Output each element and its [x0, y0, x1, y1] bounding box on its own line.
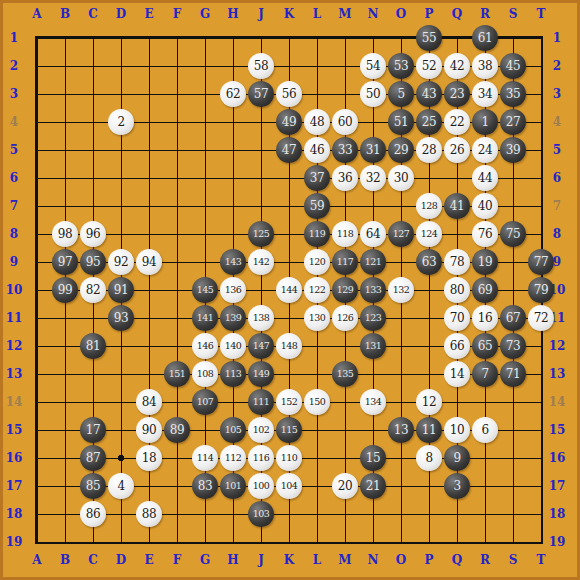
white-stone-102-J15[interactable]: 102 [248, 417, 274, 443]
move-number: 73 [506, 340, 520, 352]
move-number: 63 [422, 256, 436, 268]
move-number: 145 [197, 285, 214, 295]
move-number: 107 [197, 397, 214, 407]
white-stone-80-Q10[interactable]: 80 [444, 277, 470, 303]
black-stone-121-N9[interactable]: 121 [360, 249, 386, 275]
black-stone-125-J8[interactable]: 125 [248, 221, 274, 247]
move-number: 102 [253, 425, 270, 435]
column-label-M: M [331, 5, 359, 23]
column-label-C: C [79, 5, 107, 23]
black-stone-95-C9[interactable]: 95 [80, 249, 106, 275]
white-stone-56-K3[interactable]: 56 [276, 81, 302, 107]
black-stone-143-H9[interactable]: 143 [220, 249, 246, 275]
white-stone-130-L11[interactable]: 130 [304, 305, 330, 331]
black-stone-49-K4[interactable]: 49 [276, 109, 302, 135]
white-stone-18-E16[interactable]: 18 [136, 445, 162, 471]
white-stone-140-H12[interactable]: 140 [220, 333, 246, 359]
row-label-16: 16 [5, 444, 23, 472]
white-stone-116-J16[interactable]: 116 [248, 445, 274, 471]
move-number: 101 [225, 481, 242, 491]
white-stone-16-R11[interactable]: 16 [472, 305, 498, 331]
black-stone-111-J14[interactable]: 111 [248, 389, 274, 415]
move-number: 77 [534, 256, 548, 268]
move-number: 53 [394, 60, 408, 72]
white-stone-104-K17[interactable]: 104 [276, 473, 302, 499]
row-label-7: 7 [5, 192, 23, 220]
move-number: 125 [253, 229, 270, 239]
white-stone-50-N3[interactable]: 50 [360, 81, 386, 107]
white-stone-92-D9[interactable]: 92 [108, 249, 134, 275]
black-stone-75-S8[interactable]: 75 [500, 221, 526, 247]
black-stone-57-J3[interactable]: 57 [248, 81, 274, 107]
black-stone-27-S4[interactable]: 27 [500, 109, 526, 135]
move-number: 15 [366, 452, 380, 464]
move-number: 82 [86, 284, 100, 296]
column-label-L: L [303, 5, 331, 23]
black-stone-145-G10[interactable]: 145 [192, 277, 218, 303]
white-stone-148-K12[interactable]: 148 [276, 333, 302, 359]
row-label-12: 12 [5, 332, 23, 360]
black-stone-35-S3[interactable]: 35 [500, 81, 526, 107]
move-number: 75 [506, 228, 520, 240]
white-stone-6-R15[interactable]: 6 [472, 417, 498, 443]
move-number: 147 [253, 341, 270, 351]
move-number: 5 [397, 88, 404, 100]
move-number: 13 [394, 424, 408, 436]
column-label-S: S [499, 5, 527, 23]
black-stone-81-C12[interactable]: 81 [80, 333, 106, 359]
white-stone-8-P16[interactable]: 8 [416, 445, 442, 471]
move-number: 29 [394, 144, 408, 156]
move-number: 135 [337, 369, 354, 379]
move-number: 131 [365, 341, 382, 351]
black-stone-3-Q17[interactable]: 3 [444, 473, 470, 499]
move-number: 146 [197, 341, 214, 351]
white-stone-82-C10[interactable]: 82 [80, 277, 106, 303]
white-stone-58-J2[interactable]: 58 [248, 53, 274, 79]
black-stone-127-O8[interactable]: 127 [388, 221, 414, 247]
black-stone-117-M9[interactable]: 117 [332, 249, 358, 275]
white-stone-64-N8[interactable]: 64 [360, 221, 386, 247]
white-stone-52-P2[interactable]: 52 [416, 53, 442, 79]
black-stone-115-K15[interactable]: 115 [276, 417, 302, 443]
board-grid[interactable]: 1234567891011121314151617181920212223242… [23, 24, 555, 556]
black-stone-69-R10[interactable]: 69 [472, 277, 498, 303]
column-label-F: F [163, 5, 191, 23]
move-number: 104 [281, 481, 298, 491]
move-number: 105 [225, 425, 242, 435]
white-stone-136-H10[interactable]: 136 [220, 277, 246, 303]
white-stone-114-G16[interactable]: 114 [192, 445, 218, 471]
row-label-5: 5 [5, 136, 23, 164]
white-stone-134-N14[interactable]: 134 [360, 389, 386, 415]
white-stone-90-E15[interactable]: 90 [136, 417, 162, 443]
black-stone-107-G14[interactable]: 107 [192, 389, 218, 415]
move-number: 121 [365, 257, 382, 267]
move-number: 32 [366, 172, 380, 184]
move-number: 60 [338, 116, 352, 128]
black-stone-65-R12[interactable]: 65 [472, 333, 498, 359]
move-number: 83 [198, 480, 212, 492]
black-stone-87-C16[interactable]: 87 [80, 445, 106, 471]
move-number: 81 [86, 340, 100, 352]
move-number: 11 [422, 424, 436, 436]
row-label-17: 17 [5, 472, 23, 500]
row-label-4: 4 [5, 108, 23, 136]
white-stone-10-Q15[interactable]: 10 [444, 417, 470, 443]
move-number: 8 [425, 452, 432, 464]
white-stone-78-Q9[interactable]: 78 [444, 249, 470, 275]
black-stone-23-Q3[interactable]: 23 [444, 81, 470, 107]
black-stone-147-J12[interactable]: 147 [248, 333, 274, 359]
move-number: 140 [225, 341, 242, 351]
white-stone-142-J9[interactable]: 142 [248, 249, 274, 275]
move-number: 54 [366, 60, 380, 72]
move-number: 10 [450, 424, 464, 436]
move-number: 36 [338, 172, 352, 184]
black-stone-25-P4[interactable]: 25 [416, 109, 442, 135]
move-number: 124 [421, 229, 438, 239]
black-stone-83-G17[interactable]: 83 [192, 473, 218, 499]
move-number: 139 [225, 313, 242, 323]
column-label-B: B [51, 5, 79, 23]
white-stone-24-R5[interactable]: 24 [472, 137, 498, 163]
black-stone-11-P15[interactable]: 11 [416, 417, 442, 443]
white-stone-54-N2[interactable]: 54 [360, 53, 386, 79]
white-stone-42-Q2[interactable]: 42 [444, 53, 470, 79]
move-number: 44 [478, 172, 492, 184]
white-stone-62-H3[interactable]: 62 [220, 81, 246, 107]
column-label-O: O [387, 5, 415, 23]
move-number: 40 [478, 200, 492, 212]
move-number: 89 [170, 424, 184, 436]
move-number: 35 [506, 88, 520, 100]
black-stone-47-K5[interactable]: 47 [276, 137, 302, 163]
move-number: 67 [506, 312, 520, 324]
white-stone-46-L5[interactable]: 46 [304, 137, 330, 163]
white-stone-2-D4[interactable]: 2 [108, 109, 134, 135]
black-stone-55-P1[interactable]: 55 [416, 25, 442, 51]
move-number: 116 [253, 453, 270, 463]
move-number: 133 [365, 285, 382, 295]
row-label-18: 18 [5, 500, 23, 528]
move-number: 70 [450, 312, 464, 324]
white-stone-150-L14[interactable]: 150 [304, 389, 330, 415]
move-number: 152 [281, 397, 298, 407]
black-stone-9-Q16[interactable]: 9 [444, 445, 470, 471]
black-stone-133-N10[interactable]: 133 [360, 277, 386, 303]
row-label-9: 9 [5, 248, 23, 276]
move-number: 119 [309, 229, 326, 239]
white-stone-120-L9[interactable]: 120 [304, 249, 330, 275]
move-number: 98 [58, 228, 72, 240]
black-stone-99-B10[interactable]: 99 [52, 277, 78, 303]
move-number: 138 [253, 313, 270, 323]
move-number: 80 [450, 284, 464, 296]
black-stone-33-M5[interactable]: 33 [332, 137, 358, 163]
move-number: 58 [254, 60, 268, 72]
move-number: 144 [281, 285, 298, 295]
black-stone-139-H11[interactable]: 139 [220, 305, 246, 331]
move-number: 130 [309, 313, 326, 323]
black-stone-39-S5[interactable]: 39 [500, 137, 526, 163]
move-number: 113 [225, 369, 242, 379]
black-stone-131-N12[interactable]: 131 [360, 333, 386, 359]
move-number: 26 [450, 144, 464, 156]
move-number: 51 [394, 116, 408, 128]
column-label-T: T [527, 5, 555, 23]
black-stone-31-N5[interactable]: 31 [360, 137, 386, 163]
black-stone-101-H17[interactable]: 101 [220, 473, 246, 499]
column-label-G: G [191, 5, 219, 23]
black-stone-21-N17[interactable]: 21 [360, 473, 386, 499]
black-stone-79-T10[interactable]: 79 [528, 277, 554, 303]
move-number: 45 [506, 60, 520, 72]
white-stone-36-M6[interactable]: 36 [332, 165, 358, 191]
row-label-11: 11 [5, 304, 23, 332]
row-label-10: 10 [5, 276, 23, 304]
white-stone-38-R2[interactable]: 38 [472, 53, 498, 79]
white-stone-86-C18[interactable]: 86 [80, 501, 106, 527]
white-stone-14-Q13[interactable]: 14 [444, 361, 470, 387]
move-number: 25 [422, 116, 436, 128]
white-stone-84-E14[interactable]: 84 [136, 389, 162, 415]
move-number: 52 [422, 60, 436, 72]
black-stone-29-O5[interactable]: 29 [388, 137, 414, 163]
move-number: 21 [366, 480, 380, 492]
move-number: 71 [506, 368, 520, 380]
move-number: 115 [281, 425, 298, 435]
black-stone-63-P9[interactable]: 63 [416, 249, 442, 275]
move-number: 37 [310, 172, 324, 184]
move-number: 79 [534, 284, 548, 296]
white-stone-126-M11[interactable]: 126 [332, 305, 358, 331]
white-stone-32-N6[interactable]: 32 [360, 165, 386, 191]
black-stone-103-J18[interactable]: 103 [248, 501, 274, 527]
white-stone-144-K10[interactable]: 144 [276, 277, 302, 303]
move-number: 129 [337, 285, 354, 295]
black-stone-123-N11[interactable]: 123 [360, 305, 386, 331]
move-number: 65 [478, 340, 492, 352]
move-number: 100 [253, 481, 270, 491]
move-number: 42 [450, 60, 464, 72]
black-stone-71-S13[interactable]: 71 [500, 361, 526, 387]
move-number: 110 [281, 453, 298, 463]
black-stone-77-T9[interactable]: 77 [528, 249, 554, 275]
white-stone-22-Q4[interactable]: 22 [444, 109, 470, 135]
black-stone-119-L8[interactable]: 119 [304, 221, 330, 247]
move-number: 59 [310, 200, 324, 212]
black-stone-5-O3[interactable]: 5 [388, 81, 414, 107]
move-number: 94 [142, 256, 156, 268]
black-stone-97-B9[interactable]: 97 [52, 249, 78, 275]
white-stone-124-P8[interactable]: 124 [416, 221, 442, 247]
move-number: 148 [281, 341, 298, 351]
move-number: 85 [86, 480, 100, 492]
move-number: 118 [337, 229, 354, 239]
white-stone-28-P5[interactable]: 28 [416, 137, 442, 163]
move-number: 114 [197, 453, 214, 463]
move-number: 76 [478, 228, 492, 240]
white-stone-110-K16[interactable]: 110 [276, 445, 302, 471]
black-stone-15-N16[interactable]: 15 [360, 445, 386, 471]
row-label-1: 1 [5, 24, 23, 52]
move-number: 16 [478, 312, 492, 324]
column-label-H: H [219, 5, 247, 23]
white-stone-60-M4[interactable]: 60 [332, 109, 358, 135]
black-stone-89-F15[interactable]: 89 [164, 417, 190, 443]
move-number: 9 [453, 452, 460, 464]
move-number: 34 [478, 88, 492, 100]
move-number: 97 [58, 256, 72, 268]
move-number: 55 [422, 32, 436, 44]
black-stone-141-G11[interactable]: 141 [192, 305, 218, 331]
white-stone-40-R7[interactable]: 40 [472, 193, 498, 219]
column-label-R: R [471, 5, 499, 23]
move-number: 4 [117, 480, 124, 492]
move-number: 123 [365, 313, 382, 323]
column-label-N: N [359, 5, 387, 23]
row-label-8: 8 [5, 220, 23, 248]
white-stone-122-L10[interactable]: 122 [304, 277, 330, 303]
column-label-E: E [135, 5, 163, 23]
white-stone-26-Q5[interactable]: 26 [444, 137, 470, 163]
white-stone-12-P14[interactable]: 12 [416, 389, 442, 415]
move-number: 92 [114, 256, 128, 268]
column-label-K: K [275, 5, 303, 23]
white-stone-44-R6[interactable]: 44 [472, 165, 498, 191]
black-stone-149-J13[interactable]: 149 [248, 361, 274, 387]
move-number: 120 [309, 257, 326, 267]
move-number: 127 [393, 229, 410, 239]
black-stone-85-C17[interactable]: 85 [80, 473, 106, 499]
black-stone-45-S2[interactable]: 45 [500, 53, 526, 79]
white-stone-128-P7[interactable]: 128 [416, 193, 442, 219]
black-stone-7-R13[interactable]: 7 [472, 361, 498, 387]
move-number: 128 [421, 201, 438, 211]
black-stone-91-D10[interactable]: 91 [108, 277, 134, 303]
black-stone-61-R1[interactable]: 61 [472, 25, 498, 51]
move-number: 150 [309, 397, 326, 407]
go-board: ABCDEFGHJKLMNOPQRST ABCDEFGHJKLMNOPQRST … [0, 0, 580, 580]
move-number: 27 [506, 116, 520, 128]
white-stone-138-J11[interactable]: 138 [248, 305, 274, 331]
move-number: 31 [366, 144, 380, 156]
move-number: 90 [142, 424, 156, 436]
white-stone-100-J17[interactable]: 100 [248, 473, 274, 499]
white-stone-108-G13[interactable]: 108 [192, 361, 218, 387]
move-number: 151 [169, 369, 186, 379]
black-stone-93-D11[interactable]: 93 [108, 305, 134, 331]
move-number: 6 [481, 424, 488, 436]
move-number: 20 [338, 480, 352, 492]
move-number: 14 [450, 368, 464, 380]
move-number: 143 [225, 257, 242, 267]
move-number: 49 [282, 116, 296, 128]
move-number: 88 [142, 508, 156, 520]
move-number: 2 [117, 116, 124, 128]
white-stone-70-Q11[interactable]: 70 [444, 305, 470, 331]
black-stone-17-C15[interactable]: 17 [80, 417, 106, 443]
top-coordinates: ABCDEFGHJKLMNOPQRST [23, 5, 555, 23]
white-stone-4-D17[interactable]: 4 [108, 473, 134, 499]
white-stone-118-M8[interactable]: 118 [332, 221, 358, 247]
move-number: 1 [481, 116, 488, 128]
move-number: 18 [142, 452, 156, 464]
column-label-J: J [247, 5, 275, 23]
move-number: 46 [310, 144, 324, 156]
white-stone-96-C8[interactable]: 96 [80, 221, 106, 247]
white-stone-30-O6[interactable]: 30 [388, 165, 414, 191]
black-stone-105-H15[interactable]: 105 [220, 417, 246, 443]
move-number: 19 [478, 256, 492, 268]
move-number: 96 [86, 228, 100, 240]
black-stone-113-H13[interactable]: 113 [220, 361, 246, 387]
black-stone-129-M10[interactable]: 129 [332, 277, 358, 303]
black-stone-41-Q7[interactable]: 41 [444, 193, 470, 219]
black-stone-151-F13[interactable]: 151 [164, 361, 190, 387]
white-stone-112-H16[interactable]: 112 [220, 445, 246, 471]
move-number: 56 [282, 88, 296, 100]
move-number: 17 [86, 424, 100, 436]
move-number: 3 [453, 480, 460, 492]
move-number: 134 [365, 397, 382, 407]
white-stone-88-E18[interactable]: 88 [136, 501, 162, 527]
white-stone-72-T11[interactable]: 72 [528, 305, 554, 331]
white-stone-146-G12[interactable]: 146 [192, 333, 218, 359]
black-stone-1-R4[interactable]: 1 [472, 109, 498, 135]
black-stone-59-L7[interactable]: 59 [304, 193, 330, 219]
row-label-2: 2 [5, 52, 23, 80]
move-number: 24 [478, 144, 492, 156]
white-stone-132-O10[interactable]: 132 [388, 277, 414, 303]
white-stone-152-K14[interactable]: 152 [276, 389, 302, 415]
move-number: 61 [478, 32, 492, 44]
black-stone-73-S12[interactable]: 73 [500, 333, 526, 359]
white-stone-94-E9[interactable]: 94 [136, 249, 162, 275]
move-number: 99 [58, 284, 72, 296]
black-stone-19-R9[interactable]: 19 [472, 249, 498, 275]
row-label-6: 6 [5, 164, 23, 192]
black-stone-53-O2[interactable]: 53 [388, 53, 414, 79]
move-number: 48 [310, 116, 324, 128]
move-number: 22 [450, 116, 464, 128]
row-label-13: 13 [5, 360, 23, 388]
row-label-15: 15 [5, 416, 23, 444]
white-stone-66-Q12[interactable]: 66 [444, 333, 470, 359]
black-stone-37-L6[interactable]: 37 [304, 165, 330, 191]
white-stone-48-L4[interactable]: 48 [304, 109, 330, 135]
move-number: 78 [450, 256, 464, 268]
column-label-P: P [415, 5, 443, 23]
move-number: 93 [114, 312, 128, 324]
white-stone-98-B8[interactable]: 98 [52, 221, 78, 247]
move-number: 28 [422, 144, 436, 156]
move-number: 38 [478, 60, 492, 72]
white-stone-34-R3[interactable]: 34 [472, 81, 498, 107]
black-stone-51-O4[interactable]: 51 [388, 109, 414, 135]
move-number: 66 [450, 340, 464, 352]
move-number: 103 [253, 509, 270, 519]
black-stone-67-S11[interactable]: 67 [500, 305, 526, 331]
black-stone-13-O15[interactable]: 13 [388, 417, 414, 443]
move-number: 33 [338, 144, 352, 156]
white-stone-20-M17[interactable]: 20 [332, 473, 358, 499]
black-stone-43-P3[interactable]: 43 [416, 81, 442, 107]
white-stone-76-R8[interactable]: 76 [472, 221, 498, 247]
move-number: 12 [422, 396, 436, 408]
black-stone-135-M13[interactable]: 135 [332, 361, 358, 387]
